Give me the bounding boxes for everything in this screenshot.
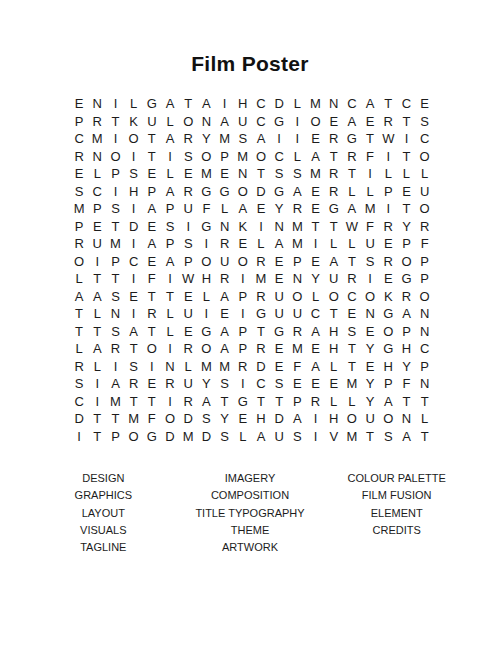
grid-cell[interactable]: L: [125, 95, 143, 113]
grid-cell[interactable]: Y: [397, 218, 415, 236]
grid-cell[interactable]: P: [416, 253, 434, 271]
grid-cell[interactable]: E: [288, 375, 306, 393]
grid-cell[interactable]: R: [379, 218, 397, 236]
grid-cell[interactable]: G: [325, 200, 343, 218]
grid-cell[interactable]: N: [416, 305, 434, 323]
grid-cell[interactable]: F: [288, 358, 306, 376]
grid-cell[interactable]: T: [143, 130, 161, 148]
grid-cell[interactable]: G: [197, 218, 215, 236]
grid-cell[interactable]: L: [252, 235, 270, 253]
grid-cell[interactable]: P: [143, 183, 161, 201]
grid-cell[interactable]: A: [216, 288, 234, 306]
grid-cell[interactable]: S: [70, 375, 88, 393]
grid-cell[interactable]: O: [416, 148, 434, 166]
grid-cell[interactable]: O: [416, 200, 434, 218]
grid-cell[interactable]: M: [70, 200, 88, 218]
grid-cell[interactable]: U: [179, 375, 197, 393]
grid-cell[interactable]: R: [143, 305, 161, 323]
grid-cell[interactable]: N: [361, 305, 379, 323]
grid-cell[interactable]: L: [379, 165, 397, 183]
grid-cell[interactable]: M: [306, 95, 324, 113]
grid-cell[interactable]: R: [161, 375, 179, 393]
grid-cell[interactable]: E: [343, 305, 361, 323]
grid-cell[interactable]: P: [288, 393, 306, 411]
grid-cell[interactable]: C: [70, 393, 88, 411]
grid-cell[interactable]: T: [379, 95, 397, 113]
grid-cell[interactable]: A: [143, 200, 161, 218]
grid-cell[interactable]: I: [88, 393, 106, 411]
grid-cell[interactable]: C: [343, 288, 361, 306]
grid-cell[interactable]: O: [125, 428, 143, 446]
grid-cell[interactable]: R: [234, 358, 252, 376]
grid-cell[interactable]: E: [306, 340, 324, 358]
grid-cell[interactable]: S: [270, 375, 288, 393]
grid-cell[interactable]: R: [325, 183, 343, 201]
grid-cell[interactable]: T: [397, 113, 415, 131]
grid-cell[interactable]: A: [397, 428, 415, 446]
grid-cell[interactable]: P: [288, 253, 306, 271]
grid-cell[interactable]: P: [216, 148, 234, 166]
grid-cell[interactable]: I: [234, 270, 252, 288]
grid-cell[interactable]: R: [325, 130, 343, 148]
grid-cell[interactable]: U: [270, 428, 288, 446]
grid-cell[interactable]: L: [343, 393, 361, 411]
grid-cell[interactable]: I: [197, 235, 215, 253]
grid-cell[interactable]: S: [343, 323, 361, 341]
grid-cell[interactable]: I: [125, 305, 143, 323]
grid-cell[interactable]: A: [306, 323, 324, 341]
grid-cell[interactable]: T: [216, 393, 234, 411]
grid-cell[interactable]: T: [106, 270, 124, 288]
grid-cell[interactable]: E: [125, 288, 143, 306]
grid-cell[interactable]: C: [270, 148, 288, 166]
grid-cell[interactable]: L: [161, 323, 179, 341]
grid-cell[interactable]: S: [179, 235, 197, 253]
grid-cell[interactable]: T: [306, 218, 324, 236]
grid-cell[interactable]: L: [70, 340, 88, 358]
grid-cell[interactable]: A: [161, 183, 179, 201]
grid-cell[interactable]: U: [234, 113, 252, 131]
grid-cell[interactable]: I: [161, 270, 179, 288]
grid-cell[interactable]: O: [179, 113, 197, 131]
grid-cell[interactable]: R: [179, 183, 197, 201]
grid-cell[interactable]: O: [234, 183, 252, 201]
grid-cell[interactable]: T: [252, 323, 270, 341]
grid-cell[interactable]: I: [179, 218, 197, 236]
grid-cell[interactable]: R: [252, 253, 270, 271]
grid-cell[interactable]: T: [252, 393, 270, 411]
grid-cell[interactable]: E: [216, 165, 234, 183]
grid-cell[interactable]: E: [179, 288, 197, 306]
grid-cell[interactable]: I: [125, 270, 143, 288]
grid-cell[interactable]: C: [416, 130, 434, 148]
grid-cell[interactable]: I: [397, 130, 415, 148]
grid-cell[interactable]: A: [197, 393, 215, 411]
grid-cell[interactable]: P: [106, 253, 124, 271]
grid-cell[interactable]: A: [161, 253, 179, 271]
grid-cell[interactable]: O: [234, 253, 252, 271]
grid-cell[interactable]: E: [270, 358, 288, 376]
grid-cell[interactable]: O: [416, 288, 434, 306]
grid-cell[interactable]: I: [197, 305, 215, 323]
grid-cell[interactable]: Y: [397, 358, 415, 376]
grid-cell[interactable]: E: [361, 358, 379, 376]
grid-cell[interactable]: I: [88, 253, 106, 271]
grid-cell[interactable]: S: [106, 323, 124, 341]
grid-cell[interactable]: U: [179, 200, 197, 218]
grid-cell[interactable]: K: [379, 288, 397, 306]
grid-cell[interactable]: M: [197, 165, 215, 183]
grid-cell[interactable]: S: [197, 410, 215, 428]
grid-cell[interactable]: G: [270, 113, 288, 131]
grid-cell[interactable]: E: [252, 200, 270, 218]
grid-cell[interactable]: G: [216, 183, 234, 201]
grid-cell[interactable]: O: [379, 323, 397, 341]
grid-cell[interactable]: R: [179, 130, 197, 148]
grid-cell[interactable]: N: [106, 305, 124, 323]
grid-cell[interactable]: R: [379, 253, 397, 271]
grid-cell[interactable]: I: [234, 375, 252, 393]
grid-cell[interactable]: U: [143, 113, 161, 131]
grid-cell[interactable]: E: [306, 253, 324, 271]
grid-cell[interactable]: E: [306, 130, 324, 148]
grid-cell[interactable]: D: [252, 358, 270, 376]
grid-cell[interactable]: T: [343, 340, 361, 358]
grid-cell[interactable]: T: [143, 393, 161, 411]
grid-cell[interactable]: T: [252, 165, 270, 183]
grid-cell[interactable]: W: [379, 130, 397, 148]
grid-cell[interactable]: F: [397, 375, 415, 393]
grid-cell[interactable]: C: [252, 95, 270, 113]
grid-cell[interactable]: T: [325, 305, 343, 323]
grid-cell[interactable]: F: [143, 270, 161, 288]
grid-cell[interactable]: I: [288, 130, 306, 148]
grid-cell[interactable]: W: [343, 218, 361, 236]
grid-cell[interactable]: M: [343, 375, 361, 393]
grid-cell[interactable]: T: [70, 323, 88, 341]
grid-cell[interactable]: A: [125, 323, 143, 341]
grid-cell[interactable]: I: [70, 428, 88, 446]
grid-cell[interactable]: T: [88, 410, 106, 428]
grid-cell[interactable]: D: [179, 410, 197, 428]
grid-cell[interactable]: Y: [306, 270, 324, 288]
grid-cell[interactable]: E: [179, 323, 197, 341]
grid-cell[interactable]: N: [397, 410, 415, 428]
grid-cell[interactable]: R: [70, 148, 88, 166]
grid-cell[interactable]: S: [379, 428, 397, 446]
grid-cell[interactable]: T: [70, 305, 88, 323]
grid-cell[interactable]: L: [179, 358, 197, 376]
grid-cell[interactable]: I: [379, 200, 397, 218]
grid-cell[interactable]: M: [125, 410, 143, 428]
grid-cell[interactable]: U: [288, 305, 306, 323]
grid-cell[interactable]: C: [88, 183, 106, 201]
grid-cell[interactable]: I: [288, 113, 306, 131]
grid-cell[interactable]: T: [106, 113, 124, 131]
grid-cell[interactable]: O: [106, 148, 124, 166]
grid-cell[interactable]: R: [88, 113, 106, 131]
grid-cell[interactable]: H: [325, 323, 343, 341]
grid-cell[interactable]: T: [397, 200, 415, 218]
grid-cell[interactable]: L: [161, 305, 179, 323]
grid-cell[interactable]: E: [325, 375, 343, 393]
grid-cell[interactable]: S: [161, 218, 179, 236]
grid-cell[interactable]: G: [197, 323, 215, 341]
grid-cell[interactable]: H: [197, 270, 215, 288]
grid-cell[interactable]: M: [288, 218, 306, 236]
grid-cell[interactable]: O: [397, 253, 415, 271]
grid-cell[interactable]: N: [161, 358, 179, 376]
grid-cell[interactable]: M: [88, 130, 106, 148]
grid-cell[interactable]: T: [325, 148, 343, 166]
grid-cell[interactable]: L: [161, 165, 179, 183]
grid-cell[interactable]: R: [70, 235, 88, 253]
grid-cell[interactable]: L: [161, 113, 179, 131]
grid-cell[interactable]: S: [125, 358, 143, 376]
grid-cell[interactable]: A: [379, 393, 397, 411]
grid-cell[interactable]: G: [397, 270, 415, 288]
grid-cell[interactable]: T: [88, 270, 106, 288]
grid-cell[interactable]: E: [306, 375, 324, 393]
grid-cell[interactable]: G: [379, 305, 397, 323]
grid-cell[interactable]: L: [197, 288, 215, 306]
grid-cell[interactable]: D: [270, 410, 288, 428]
grid-cell[interactable]: I: [125, 200, 143, 218]
grid-cell[interactable]: P: [106, 428, 124, 446]
grid-cell[interactable]: P: [379, 183, 397, 201]
grid-cell[interactable]: N: [88, 95, 106, 113]
grid-cell[interactable]: R: [216, 235, 234, 253]
grid-cell[interactable]: R: [288, 323, 306, 341]
grid-cell[interactable]: I: [361, 270, 379, 288]
grid-cell[interactable]: A: [325, 253, 343, 271]
grid-cell[interactable]: M: [288, 340, 306, 358]
grid-cell[interactable]: P: [234, 323, 252, 341]
grid-cell[interactable]: E: [397, 183, 415, 201]
grid-cell[interactable]: H: [125, 183, 143, 201]
grid-cell[interactable]: P: [179, 253, 197, 271]
grid-cell[interactable]: R: [125, 375, 143, 393]
grid-cell[interactable]: E: [270, 253, 288, 271]
grid-cell[interactable]: E: [270, 270, 288, 288]
grid-cell[interactable]: D: [270, 95, 288, 113]
grid-cell[interactable]: Y: [361, 340, 379, 358]
grid-cell[interactable]: H: [325, 410, 343, 428]
grid-cell[interactable]: U: [325, 270, 343, 288]
grid-cell[interactable]: R: [325, 165, 343, 183]
grid-cell[interactable]: M: [106, 393, 124, 411]
grid-cell[interactable]: O: [252, 148, 270, 166]
grid-cell[interactable]: H: [325, 340, 343, 358]
grid-cell[interactable]: N: [88, 148, 106, 166]
grid-cell[interactable]: E: [143, 165, 161, 183]
grid-cell[interactable]: T: [343, 253, 361, 271]
grid-cell[interactable]: S: [288, 428, 306, 446]
grid-cell[interactable]: W: [179, 270, 197, 288]
grid-cell[interactable]: F: [361, 148, 379, 166]
grid-cell[interactable]: A: [270, 235, 288, 253]
grid-cell[interactable]: T: [106, 218, 124, 236]
grid-cell[interactable]: O: [306, 113, 324, 131]
grid-cell[interactable]: M: [179, 428, 197, 446]
grid-cell[interactable]: A: [106, 375, 124, 393]
grid-cell[interactable]: L: [416, 165, 434, 183]
grid-cell[interactable]: Y: [361, 375, 379, 393]
grid-cell[interactable]: I: [161, 148, 179, 166]
grid-cell[interactable]: S: [125, 165, 143, 183]
grid-cell[interactable]: O: [125, 130, 143, 148]
grid-cell[interactable]: T: [397, 393, 415, 411]
grid-cell[interactable]: S: [106, 288, 124, 306]
grid-cell[interactable]: T: [143, 288, 161, 306]
grid-cell[interactable]: I: [161, 340, 179, 358]
grid-cell[interactable]: E: [179, 165, 197, 183]
grid-cell[interactable]: P: [161, 235, 179, 253]
grid-cell[interactable]: P: [397, 323, 415, 341]
grid-cell[interactable]: N: [270, 218, 288, 236]
grid-cell[interactable]: A: [343, 113, 361, 131]
grid-cell[interactable]: D: [161, 428, 179, 446]
grid-cell[interactable]: F: [416, 235, 434, 253]
grid-cell[interactable]: O: [325, 288, 343, 306]
grid-cell[interactable]: M: [197, 358, 215, 376]
grid-cell[interactable]: S: [216, 428, 234, 446]
grid-cell[interactable]: A: [161, 95, 179, 113]
grid-cell[interactable]: N: [234, 165, 252, 183]
grid-cell[interactable]: T: [125, 340, 143, 358]
grid-cell[interactable]: C: [252, 113, 270, 131]
grid-cell[interactable]: T: [179, 95, 197, 113]
grid-cell[interactable]: R: [252, 340, 270, 358]
grid-cell[interactable]: L: [397, 165, 415, 183]
grid-cell[interactable]: O: [143, 340, 161, 358]
grid-cell[interactable]: I: [106, 130, 124, 148]
grid-cell[interactable]: I: [106, 358, 124, 376]
grid-cell[interactable]: N: [416, 323, 434, 341]
grid-cell[interactable]: L: [361, 183, 379, 201]
grid-cell[interactable]: O: [197, 340, 215, 358]
grid-cell[interactable]: A: [288, 183, 306, 201]
grid-cell[interactable]: R: [306, 393, 324, 411]
grid-cell[interactable]: L: [216, 200, 234, 218]
grid-cell[interactable]: E: [416, 95, 434, 113]
grid-cell[interactable]: E: [379, 270, 397, 288]
grid-cell[interactable]: G: [234, 393, 252, 411]
grid-cell[interactable]: R: [397, 288, 415, 306]
grid-cell[interactable]: L: [325, 393, 343, 411]
grid-cell[interactable]: U: [361, 235, 379, 253]
grid-cell[interactable]: T: [397, 148, 415, 166]
grid-cell[interactable]: A: [143, 235, 161, 253]
grid-cell[interactable]: L: [70, 270, 88, 288]
grid-cell[interactable]: H: [397, 340, 415, 358]
grid-cell[interactable]: P: [416, 270, 434, 288]
grid-cell[interactable]: R: [379, 113, 397, 131]
grid-cell[interactable]: I: [252, 218, 270, 236]
grid-cell[interactable]: I: [125, 148, 143, 166]
grid-cell[interactable]: A: [234, 200, 252, 218]
grid-cell[interactable]: F: [197, 200, 215, 218]
grid-cell[interactable]: G: [197, 183, 215, 201]
grid-cell[interactable]: E: [379, 235, 397, 253]
grid-cell[interactable]: L: [416, 410, 434, 428]
grid-cell[interactable]: E: [70, 165, 88, 183]
grid-cell[interactable]: L: [88, 165, 106, 183]
grid-cell[interactable]: S: [216, 375, 234, 393]
grid-cell[interactable]: F: [361, 218, 379, 236]
grid-cell[interactable]: A: [361, 95, 379, 113]
grid-cell[interactable]: H: [252, 410, 270, 428]
grid-cell[interactable]: A: [252, 428, 270, 446]
grid-cell[interactable]: S: [179, 148, 197, 166]
grid-cell[interactable]: E: [306, 183, 324, 201]
grid-cell[interactable]: O: [379, 410, 397, 428]
grid-cell[interactable]: L: [234, 428, 252, 446]
grid-cell[interactable]: G: [252, 305, 270, 323]
grid-cell[interactable]: N: [216, 218, 234, 236]
grid-cell[interactable]: R: [416, 218, 434, 236]
grid-cell[interactable]: A: [161, 130, 179, 148]
grid-cell[interactable]: E: [306, 200, 324, 218]
grid-cell[interactable]: D: [252, 183, 270, 201]
grid-cell[interactable]: O: [197, 148, 215, 166]
grid-cell[interactable]: K: [234, 218, 252, 236]
grid-cell[interactable]: T: [361, 130, 379, 148]
grid-cell[interactable]: I: [106, 183, 124, 201]
grid-cell[interactable]: O: [161, 410, 179, 428]
grid-cell[interactable]: O: [361, 288, 379, 306]
grid-cell[interactable]: I: [306, 235, 324, 253]
grid-cell[interactable]: T: [161, 288, 179, 306]
grid-cell[interactable]: I: [106, 95, 124, 113]
grid-cell[interactable]: C: [397, 95, 415, 113]
grid-cell[interactable]: I: [306, 428, 324, 446]
grid-cell[interactable]: U: [416, 183, 434, 201]
grid-cell[interactable]: K: [125, 113, 143, 131]
grid-cell[interactable]: M: [234, 148, 252, 166]
grid-cell[interactable]: L: [88, 358, 106, 376]
grid-cell[interactable]: P: [106, 165, 124, 183]
grid-cell[interactable]: E: [143, 253, 161, 271]
grid-cell[interactable]: G: [379, 340, 397, 358]
grid-cell[interactable]: R: [343, 270, 361, 288]
grid-cell[interactable]: R: [343, 148, 361, 166]
grid-cell[interactable]: L: [343, 183, 361, 201]
grid-cell[interactable]: R: [70, 358, 88, 376]
grid-cell[interactable]: M: [343, 428, 361, 446]
grid-cell[interactable]: S: [361, 253, 379, 271]
grid-cell[interactable]: U: [216, 253, 234, 271]
grid-cell[interactable]: T: [143, 323, 161, 341]
grid-cell[interactable]: O: [288, 288, 306, 306]
grid-cell[interactable]: L: [288, 148, 306, 166]
grid-cell[interactable]: A: [252, 130, 270, 148]
grid-cell[interactable]: A: [288, 410, 306, 428]
grid-cell[interactable]: G: [143, 95, 161, 113]
grid-cell[interactable]: N: [416, 375, 434, 393]
grid-cell[interactable]: D: [70, 410, 88, 428]
grid-cell[interactable]: N: [325, 95, 343, 113]
grid-cell[interactable]: E: [216, 305, 234, 323]
grid-cell[interactable]: Y: [270, 200, 288, 218]
grid-cell[interactable]: U: [179, 305, 197, 323]
grid-cell[interactable]: I: [361, 165, 379, 183]
grid-cell[interactable]: P: [70, 113, 88, 131]
grid-cell[interactable]: M: [306, 165, 324, 183]
grid-cell[interactable]: I: [379, 148, 397, 166]
grid-cell[interactable]: Y: [197, 375, 215, 393]
grid-cell[interactable]: G: [270, 323, 288, 341]
